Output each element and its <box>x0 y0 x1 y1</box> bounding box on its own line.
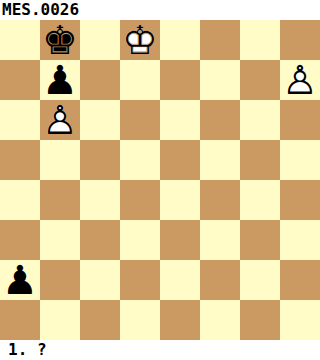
square-c5[interactable] <box>80 140 120 180</box>
square-b2[interactable] <box>40 260 80 300</box>
square-d6[interactable] <box>120 100 160 140</box>
square-b4[interactable] <box>40 180 80 220</box>
square-e2[interactable] <box>160 260 200 300</box>
square-d3[interactable] <box>120 220 160 260</box>
square-b8[interactable]: ♚ <box>40 20 80 60</box>
square-g5[interactable] <box>240 140 280 180</box>
square-f8[interactable] <box>200 20 240 60</box>
white-pawn-glyph: ♙ <box>40 100 80 140</box>
square-g4[interactable] <box>240 180 280 220</box>
black-pawn-glyph: ♟ <box>40 60 80 100</box>
square-e8[interactable] <box>160 20 200 60</box>
square-f1[interactable] <box>200 300 240 340</box>
white-king-glyph: ♔ <box>120 20 160 60</box>
square-b3[interactable] <box>40 220 80 260</box>
square-e1[interactable] <box>160 300 200 340</box>
square-d5[interactable] <box>120 140 160 180</box>
square-f3[interactable] <box>200 220 240 260</box>
square-a6[interactable] <box>0 100 40 140</box>
square-h6[interactable] <box>280 100 320 140</box>
square-b7[interactable]: ♟ <box>40 60 80 100</box>
black-pawn: ♟ <box>40 60 80 100</box>
square-e3[interactable] <box>160 220 200 260</box>
square-a4[interactable] <box>0 180 40 220</box>
square-g8[interactable] <box>240 20 280 60</box>
square-c8[interactable] <box>80 20 120 60</box>
square-f7[interactable] <box>200 60 240 100</box>
square-g2[interactable] <box>240 260 280 300</box>
square-e7[interactable] <box>160 60 200 100</box>
square-e6[interactable] <box>160 100 200 140</box>
square-g1[interactable] <box>240 300 280 340</box>
square-h1[interactable] <box>280 300 320 340</box>
white-pawn: ♟♙ <box>280 60 320 100</box>
footer-bar: 1. ? <box>0 340 320 360</box>
square-h3[interactable] <box>280 220 320 260</box>
square-f4[interactable] <box>200 180 240 220</box>
square-a3[interactable] <box>0 220 40 260</box>
square-b5[interactable] <box>40 140 80 180</box>
square-d7[interactable] <box>120 60 160 100</box>
square-h8[interactable] <box>280 20 320 60</box>
white-king: ♚♔ <box>120 20 160 60</box>
square-h4[interactable] <box>280 180 320 220</box>
square-d4[interactable] <box>120 180 160 220</box>
square-g6[interactable] <box>240 100 280 140</box>
square-a7[interactable] <box>0 60 40 100</box>
square-a1[interactable] <box>0 300 40 340</box>
white-pawn: ♟♙ <box>40 100 80 140</box>
black-pawn-glyph: ♟ <box>0 260 40 300</box>
square-c3[interactable] <box>80 220 120 260</box>
square-d2[interactable] <box>120 260 160 300</box>
white-pawn-glyph: ♙ <box>280 60 320 100</box>
square-f5[interactable] <box>200 140 240 180</box>
square-a5[interactable] <box>0 140 40 180</box>
black-king-glyph: ♚ <box>40 20 80 60</box>
square-d8[interactable]: ♚♔ <box>120 20 160 60</box>
square-c7[interactable] <box>80 60 120 100</box>
black-pawn: ♟ <box>0 260 40 300</box>
move-prompt: 1. ? <box>0 340 47 360</box>
square-h7[interactable]: ♟♙ <box>280 60 320 100</box>
square-g3[interactable] <box>240 220 280 260</box>
square-c1[interactable] <box>80 300 120 340</box>
square-d1[interactable] <box>120 300 160 340</box>
square-b6[interactable]: ♟♙ <box>40 100 80 140</box>
square-f6[interactable] <box>200 100 240 140</box>
chess-board: ♚♚♔♟♟♙♟♙♟ <box>0 20 320 340</box>
square-g7[interactable] <box>240 60 280 100</box>
square-f2[interactable] <box>200 260 240 300</box>
square-b1[interactable] <box>40 300 80 340</box>
square-h5[interactable] <box>280 140 320 180</box>
square-c6[interactable] <box>80 100 120 140</box>
black-king: ♚ <box>40 20 80 60</box>
square-a8[interactable] <box>0 20 40 60</box>
square-c4[interactable] <box>80 180 120 220</box>
square-c2[interactable] <box>80 260 120 300</box>
square-a2[interactable]: ♟ <box>0 260 40 300</box>
square-e5[interactable] <box>160 140 200 180</box>
square-e4[interactable] <box>160 180 200 220</box>
square-h2[interactable] <box>280 260 320 300</box>
